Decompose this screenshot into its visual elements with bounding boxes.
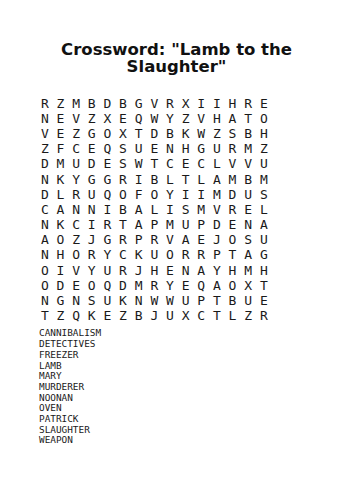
grid-cell: T xyxy=(256,278,272,293)
grid-cell: E xyxy=(115,111,131,126)
grid-cell: M xyxy=(240,263,256,278)
grid-cell: Z xyxy=(209,126,225,141)
grid-cell: N xyxy=(37,247,53,262)
grid-cell: T xyxy=(115,217,131,232)
grid-cell: Y xyxy=(209,263,225,278)
page-title-line2: Slaughter" xyxy=(0,59,353,76)
grid-cell: D xyxy=(146,126,162,141)
grid-cell: X xyxy=(115,126,131,141)
grid-cell: L xyxy=(225,308,241,323)
grid-cell: H xyxy=(225,263,241,278)
grid-cell: U xyxy=(209,141,225,156)
grid-cell: G xyxy=(100,232,116,247)
grid-cell: E xyxy=(178,156,194,171)
grid-cell: P xyxy=(209,247,225,262)
grid-cell: A xyxy=(53,202,69,217)
grid-cell: U xyxy=(68,156,84,171)
grid-cell: I xyxy=(100,202,116,217)
grid-cell: E xyxy=(256,96,272,111)
grid-cell: A xyxy=(37,232,53,247)
grid-cell: A xyxy=(178,232,194,247)
grid-cell: T xyxy=(178,172,194,187)
grid-cell: B xyxy=(240,126,256,141)
grid-cell: U xyxy=(162,308,178,323)
grid-cell: I xyxy=(131,172,147,187)
grid-cell: B xyxy=(240,172,256,187)
grid-cell: F xyxy=(53,141,69,156)
grid-cell: C xyxy=(68,141,84,156)
grid-cell: U xyxy=(178,293,194,308)
grid-cell: G xyxy=(193,141,209,156)
grid-cell: Z xyxy=(68,126,84,141)
grid-cell: E xyxy=(68,278,84,293)
grid-cell: D xyxy=(53,278,69,293)
grid-cell: P xyxy=(193,293,209,308)
grid-cell: N xyxy=(131,293,147,308)
grid-cell: E xyxy=(178,278,194,293)
word-list-item: MURDERER xyxy=(39,382,353,393)
grid-cell: O xyxy=(100,126,116,141)
grid-cell: U xyxy=(178,217,194,232)
grid-cell: P xyxy=(193,217,209,232)
grid-cell: K xyxy=(131,247,147,262)
grid-cell: L xyxy=(146,202,162,217)
grid-cell: T xyxy=(209,308,225,323)
grid-cell: Z xyxy=(178,111,194,126)
grid-cell: E xyxy=(53,111,69,126)
grid-cell: B xyxy=(115,96,131,111)
grid-cell: O xyxy=(84,278,100,293)
grid-cell: I xyxy=(53,263,69,278)
grid-cell: W xyxy=(146,111,162,126)
grid-cell: T xyxy=(131,126,147,141)
grid-cell: E xyxy=(84,141,100,156)
grid-cell: I xyxy=(193,187,209,202)
grid-cell: M xyxy=(53,156,69,171)
grid-cell: U xyxy=(240,187,256,202)
grid-cell: V xyxy=(37,126,53,141)
page-title: Crossword: "Lamb to the Slaughter" xyxy=(0,0,353,76)
grid-cell: D xyxy=(84,156,100,171)
grid-cell: U xyxy=(146,247,162,262)
grid-cell: W xyxy=(162,293,178,308)
grid-cell: V xyxy=(68,263,84,278)
grid-cell: A xyxy=(131,202,147,217)
grid-cell: C xyxy=(193,308,209,323)
word-list-item: FREEZER xyxy=(39,350,353,361)
grid-cell: V xyxy=(240,156,256,171)
grid-cell: O xyxy=(225,232,241,247)
grid-cell: R xyxy=(115,172,131,187)
word-list-item: OVEN xyxy=(39,403,353,414)
grid-cell: E xyxy=(100,156,116,171)
grid-cell: S xyxy=(115,141,131,156)
grid-cell: R xyxy=(100,217,116,232)
grid-cell: S xyxy=(178,202,194,217)
grid-cell: M xyxy=(256,172,272,187)
grid-cell: T xyxy=(37,308,53,323)
grid-cell: I xyxy=(193,96,209,111)
grid-cell: M xyxy=(209,187,225,202)
grid-cell: U xyxy=(100,263,116,278)
grid-cell: M xyxy=(68,96,84,111)
grid-cell: S xyxy=(225,126,241,141)
grid-cell: H xyxy=(178,141,194,156)
grid-cell: M xyxy=(131,278,147,293)
grid-cell: C xyxy=(193,156,209,171)
grid-cell: C xyxy=(37,202,53,217)
grid-cell: K xyxy=(53,172,69,187)
grid-cell: N xyxy=(37,293,53,308)
grid-cell: R xyxy=(256,308,272,323)
grid-cell: N xyxy=(68,202,84,217)
grid-cell: O xyxy=(146,187,162,202)
grid-cell: N xyxy=(84,202,100,217)
grid-cell: R xyxy=(84,247,100,262)
grid-cell: Y xyxy=(68,172,84,187)
grid-cell: H xyxy=(53,247,69,262)
grid-cell: C xyxy=(162,156,178,171)
grid-cell: O xyxy=(37,278,53,293)
grid-cell: A xyxy=(256,217,272,232)
grid-cell: U xyxy=(100,293,116,308)
grid-cell: G xyxy=(84,172,100,187)
grid-cell: G xyxy=(256,247,272,262)
grid-cell: O xyxy=(162,247,178,262)
grid-cell: A xyxy=(193,263,209,278)
grid-cell: B xyxy=(225,293,241,308)
grid-cell: D xyxy=(209,217,225,232)
grid-cell: R xyxy=(162,96,178,111)
grid-cell: C xyxy=(68,217,84,232)
grid-cell: H xyxy=(209,111,225,126)
grid-cell: K xyxy=(178,126,194,141)
grid-cell: I xyxy=(84,217,100,232)
grid-cell: Z xyxy=(256,141,272,156)
word-list: CANNIBALISMDETECTIVESFREEZERLAMBMARYMURD… xyxy=(39,328,353,446)
grid-cell: G xyxy=(53,293,69,308)
grid-cell: C xyxy=(115,247,131,262)
grid-cell: V xyxy=(193,111,209,126)
grid-cell: J xyxy=(84,232,100,247)
grid-cell: I xyxy=(162,202,178,217)
grid-cell: H xyxy=(256,126,272,141)
grid-cell: Y xyxy=(162,278,178,293)
grid-cell: E xyxy=(53,126,69,141)
grid-cell: X xyxy=(178,308,194,323)
grid-cell: R xyxy=(178,247,194,262)
word-search-page: Crossword: "Lamb to the Slaughter" RZMBD… xyxy=(0,0,353,500)
grid-cell: L xyxy=(209,156,225,171)
grid-cell: O xyxy=(37,263,53,278)
grid-cell: K xyxy=(84,308,100,323)
grid-cell: A xyxy=(209,172,225,187)
grid-cell: X xyxy=(100,111,116,126)
grid-cell: M xyxy=(193,202,209,217)
grid-cell: L xyxy=(162,172,178,187)
grid-cell: K xyxy=(115,293,131,308)
grid-cell: T xyxy=(146,156,162,171)
grid-cell: H xyxy=(256,263,272,278)
grid-cell: P xyxy=(146,217,162,232)
grid-cell: B xyxy=(146,172,162,187)
grid-cell: S xyxy=(240,232,256,247)
grid-cell: Y xyxy=(100,247,116,262)
grid-cell: Z xyxy=(68,232,84,247)
grid-cell: A xyxy=(240,247,256,262)
grid-cell: D xyxy=(37,187,53,202)
grid-cell: V xyxy=(146,96,162,111)
grid-cell: A xyxy=(131,217,147,232)
grid-cell: R xyxy=(115,263,131,278)
grid-cell: H xyxy=(146,263,162,278)
grid-cell: G xyxy=(131,96,147,111)
grid-cell: N xyxy=(162,141,178,156)
grid-cell: R xyxy=(193,247,209,262)
grid-cell: R xyxy=(115,232,131,247)
grid-cell: W xyxy=(193,126,209,141)
grid-cell: U xyxy=(240,293,256,308)
grid-cell: R xyxy=(225,202,241,217)
grid-cell: D xyxy=(100,96,116,111)
grid-cell: V xyxy=(209,202,225,217)
grid-cell: A xyxy=(209,278,225,293)
grid-cell: T xyxy=(240,111,256,126)
grid-cell: L xyxy=(256,202,272,217)
grid-cell: O xyxy=(68,247,84,262)
grid-cell: X xyxy=(178,96,194,111)
grid-cell: Z xyxy=(115,308,131,323)
grid-cell: X xyxy=(240,278,256,293)
grid-cell: N xyxy=(37,172,53,187)
grid-cell: J xyxy=(131,263,147,278)
word-list-item: WEAPON xyxy=(39,435,353,446)
grid-cell: Z xyxy=(84,111,100,126)
grid-cell: U xyxy=(256,156,272,171)
grid-cell: R xyxy=(240,96,256,111)
grid-cell: B xyxy=(162,126,178,141)
grid-cell: V xyxy=(225,156,241,171)
grid-cell: L xyxy=(53,187,69,202)
grid-cell: F xyxy=(131,187,147,202)
grid-cell: I xyxy=(178,187,194,202)
grid-cell: V xyxy=(162,232,178,247)
word-list-item: SLAUGHTER xyxy=(39,425,353,436)
grid-cell: T xyxy=(225,247,241,262)
grid-cell: E xyxy=(146,141,162,156)
grid-cell: E xyxy=(193,232,209,247)
grid-cell: N xyxy=(68,293,84,308)
grid-cell: M xyxy=(162,217,178,232)
word-list-item: MARY xyxy=(39,371,353,382)
grid-cell: Q xyxy=(131,111,147,126)
grid-cell: U xyxy=(131,141,147,156)
word-search-grid: RZMBDBGVRXIIHRENEVZXEQWYZVHATOVEZGOXTDBK… xyxy=(37,96,353,324)
grid-cell: J xyxy=(146,308,162,323)
grid-cell: B xyxy=(131,308,147,323)
grid-cell: S xyxy=(84,293,100,308)
grid-cell: Y xyxy=(162,111,178,126)
grid-cell: H xyxy=(225,96,241,111)
grid-cell: E xyxy=(162,263,178,278)
grid-cell: N xyxy=(37,217,53,232)
grid-cell: Q xyxy=(68,308,84,323)
grid-cell: R xyxy=(37,96,53,111)
grid-cell: E xyxy=(240,202,256,217)
grid-cell: A xyxy=(225,111,241,126)
grid-cell: G xyxy=(100,172,116,187)
grid-cell: Z xyxy=(37,141,53,156)
grid-cell: Q xyxy=(100,278,116,293)
grid-cell: D xyxy=(37,156,53,171)
grid-cell: J xyxy=(209,232,225,247)
grid-cell: W xyxy=(131,156,147,171)
grid-cell: L xyxy=(193,172,209,187)
grid-cell: Q xyxy=(100,187,116,202)
grid-cell: M xyxy=(240,141,256,156)
grid-cell: T xyxy=(209,293,225,308)
grid-cell: O xyxy=(53,232,69,247)
grid-cell: Q xyxy=(193,278,209,293)
grid-cell: S xyxy=(256,187,272,202)
grid-cell: B xyxy=(84,96,100,111)
word-list-item: LAMB xyxy=(39,361,353,372)
grid-cell: E xyxy=(256,293,272,308)
grid-cell: Q xyxy=(100,141,116,156)
grid-cell: Y xyxy=(84,263,100,278)
grid-cell: U xyxy=(256,232,272,247)
word-list-item: DETECTIVES xyxy=(39,339,353,350)
grid-cell: Z xyxy=(240,308,256,323)
grid-cell: G xyxy=(84,126,100,141)
grid-cell: B xyxy=(115,202,131,217)
grid-cell: N xyxy=(240,217,256,232)
grid-cell: I xyxy=(209,96,225,111)
grid-cell: D xyxy=(225,187,241,202)
word-list-item: NOONAN xyxy=(39,393,353,404)
grid-cell: R xyxy=(146,232,162,247)
grid-cell: R xyxy=(146,278,162,293)
grid-cell: O xyxy=(256,111,272,126)
grid-cell: Z xyxy=(53,96,69,111)
grid-cell: E xyxy=(100,308,116,323)
grid-cell: N xyxy=(178,263,194,278)
grid-cell: S xyxy=(115,156,131,171)
grid-cell: O xyxy=(225,278,241,293)
grid-cell: U xyxy=(84,187,100,202)
grid-cell: O xyxy=(115,187,131,202)
grid-cell: W xyxy=(146,293,162,308)
grid-cell: Y xyxy=(162,187,178,202)
grid-cell: R xyxy=(68,187,84,202)
grid-cell: D xyxy=(115,278,131,293)
grid-cell: K xyxy=(53,217,69,232)
grid-cell: V xyxy=(68,111,84,126)
grid-cell: Z xyxy=(53,308,69,323)
grid-cell: N xyxy=(37,111,53,126)
grid-cell: R xyxy=(225,141,241,156)
grid-cell: M xyxy=(225,172,241,187)
grid-cell: P xyxy=(131,232,147,247)
grid-cell: E xyxy=(225,217,241,232)
